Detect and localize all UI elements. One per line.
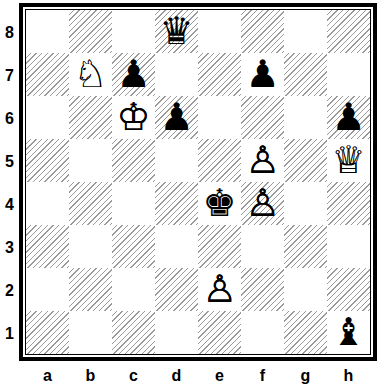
square-f7[interactable]: ♟ bbox=[241, 53, 284, 96]
square-c8[interactable] bbox=[112, 10, 155, 53]
file-labels: abcdefgh bbox=[19, 361, 377, 389]
square-f2[interactable] bbox=[241, 268, 284, 311]
square-b5[interactable] bbox=[69, 139, 112, 182]
square-b2[interactable] bbox=[69, 268, 112, 311]
file-label-g: g bbox=[284, 367, 327, 389]
square-b8[interactable] bbox=[69, 10, 112, 53]
black-bishop-piece: ♝ bbox=[331, 311, 365, 354]
square-d8[interactable]: ♛ bbox=[155, 10, 198, 53]
square-d5[interactable] bbox=[155, 139, 198, 182]
square-c2[interactable] bbox=[112, 268, 155, 311]
file-label-d: d bbox=[155, 367, 198, 389]
square-c4[interactable] bbox=[112, 182, 155, 225]
square-f5[interactable]: ♙ bbox=[241, 139, 284, 182]
rank-label-8: 8 bbox=[0, 11, 19, 54]
square-e2[interactable]: ♙ bbox=[198, 268, 241, 311]
file-label-e: e bbox=[198, 367, 241, 389]
square-f4[interactable]: ♙ bbox=[241, 182, 284, 225]
square-b3[interactable] bbox=[69, 225, 112, 268]
square-c7[interactable]: ♟ bbox=[112, 53, 155, 96]
square-b1[interactable] bbox=[69, 311, 112, 354]
white-pawn-piece: ♙ bbox=[245, 139, 279, 182]
white-knight-piece: ♘ bbox=[73, 53, 107, 96]
square-c1[interactable] bbox=[112, 311, 155, 354]
file-label-h: h bbox=[327, 367, 370, 389]
square-d7[interactable] bbox=[155, 53, 198, 96]
square-c6[interactable]: ♔ bbox=[112, 96, 155, 139]
white-pawn-piece: ♙ bbox=[202, 268, 236, 311]
corner-spacer bbox=[0, 361, 19, 389]
square-f3[interactable] bbox=[241, 225, 284, 268]
black-pawn-piece: ♟ bbox=[116, 53, 150, 96]
rank-label-7: 7 bbox=[0, 54, 19, 97]
white-pawn-piece: ♙ bbox=[245, 182, 279, 225]
square-g7[interactable] bbox=[284, 53, 327, 96]
square-e8[interactable] bbox=[198, 10, 241, 53]
square-g4[interactable] bbox=[284, 182, 327, 225]
square-g5[interactable] bbox=[284, 139, 327, 182]
white-king-piece: ♔ bbox=[116, 96, 150, 139]
square-d2[interactable] bbox=[155, 268, 198, 311]
chess-diagram: 87654321 ♛♘♟♟♔♟♟♙♕♚♙♙♝ abcdefgh bbox=[0, 3, 377, 389]
square-a3[interactable] bbox=[26, 225, 69, 268]
square-h5[interactable]: ♕ bbox=[327, 139, 370, 182]
square-d3[interactable] bbox=[155, 225, 198, 268]
square-h4[interactable] bbox=[327, 182, 370, 225]
square-a5[interactable] bbox=[26, 139, 69, 182]
square-g6[interactable] bbox=[284, 96, 327, 139]
white-queen-piece: ♕ bbox=[331, 139, 365, 182]
square-g1[interactable] bbox=[284, 311, 327, 354]
rank-label-2: 2 bbox=[0, 269, 19, 312]
black-pawn-piece: ♟ bbox=[159, 96, 193, 139]
square-b4[interactable] bbox=[69, 182, 112, 225]
square-d6[interactable]: ♟ bbox=[155, 96, 198, 139]
file-label-f: f bbox=[241, 367, 284, 389]
square-e6[interactable] bbox=[198, 96, 241, 139]
square-h3[interactable] bbox=[327, 225, 370, 268]
square-b7[interactable]: ♘ bbox=[69, 53, 112, 96]
square-h2[interactable] bbox=[327, 268, 370, 311]
chess-board-frame: ♛♘♟♟♔♟♟♙♕♚♙♙♝ bbox=[19, 3, 377, 361]
square-a1[interactable] bbox=[26, 311, 69, 354]
rank-label-5: 5 bbox=[0, 140, 19, 183]
black-queen-piece: ♛ bbox=[159, 10, 193, 53]
square-a4[interactable] bbox=[26, 182, 69, 225]
black-king-piece: ♚ bbox=[202, 182, 236, 225]
file-label-a: a bbox=[26, 367, 69, 389]
square-d1[interactable] bbox=[155, 311, 198, 354]
square-e3[interactable] bbox=[198, 225, 241, 268]
square-f6[interactable] bbox=[241, 96, 284, 139]
square-e5[interactable] bbox=[198, 139, 241, 182]
square-a7[interactable] bbox=[26, 53, 69, 96]
square-a8[interactable] bbox=[26, 10, 69, 53]
square-g2[interactable] bbox=[284, 268, 327, 311]
square-h6[interactable]: ♟ bbox=[327, 96, 370, 139]
square-h7[interactable] bbox=[327, 53, 370, 96]
square-c5[interactable] bbox=[112, 139, 155, 182]
rank-label-4: 4 bbox=[0, 183, 19, 226]
file-label-b: b bbox=[69, 367, 112, 389]
rank-label-6: 6 bbox=[0, 97, 19, 140]
black-pawn-piece: ♟ bbox=[245, 53, 279, 96]
square-e7[interactable] bbox=[198, 53, 241, 96]
black-pawn-piece: ♟ bbox=[331, 96, 365, 139]
chess-diagram-page: 87654321 ♛♘♟♟♔♟♟♙♕♚♙♙♝ abcdefgh bbox=[0, 0, 384, 389]
rank-label-3: 3 bbox=[0, 226, 19, 269]
square-a2[interactable] bbox=[26, 268, 69, 311]
rank-label-1: 1 bbox=[0, 312, 19, 355]
square-b6[interactable] bbox=[69, 96, 112, 139]
square-h1[interactable]: ♝ bbox=[327, 311, 370, 354]
file-label-c: c bbox=[112, 367, 155, 389]
chess-board: ♛♘♟♟♔♟♟♙♕♚♙♙♝ bbox=[25, 9, 371, 355]
square-e4[interactable]: ♚ bbox=[198, 182, 241, 225]
square-g8[interactable] bbox=[284, 10, 327, 53]
square-h8[interactable] bbox=[327, 10, 370, 53]
square-d4[interactable] bbox=[155, 182, 198, 225]
square-e1[interactable] bbox=[198, 311, 241, 354]
rank-labels: 87654321 bbox=[0, 3, 19, 361]
square-g3[interactable] bbox=[284, 225, 327, 268]
square-c3[interactable] bbox=[112, 225, 155, 268]
square-a6[interactable] bbox=[26, 96, 69, 139]
square-f8[interactable] bbox=[241, 10, 284, 53]
square-f1[interactable] bbox=[241, 311, 284, 354]
